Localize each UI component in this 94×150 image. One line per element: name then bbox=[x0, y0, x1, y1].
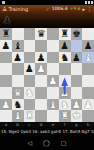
square-c5[interactable]: ♟ bbox=[24, 63, 36, 75]
square-d4[interactable] bbox=[35, 75, 47, 87]
piece-white-p: ♟ bbox=[84, 99, 93, 111]
piece-black-p: ♟ bbox=[84, 40, 93, 52]
square-b3[interactable]: ♛ bbox=[12, 87, 24, 99]
square-h8[interactable] bbox=[82, 28, 94, 40]
square-f1[interactable]: ♜ bbox=[59, 110, 71, 122]
square-e1[interactable] bbox=[47, 110, 59, 122]
piece-black-n: ♞ bbox=[13, 99, 22, 111]
square-b2[interactable]: ♞ bbox=[12, 99, 24, 111]
square-a8[interactable]: ♜ bbox=[0, 28, 12, 40]
square-c7[interactable] bbox=[24, 40, 36, 52]
piece-black-b: ♝ bbox=[13, 40, 22, 52]
square-d3[interactable] bbox=[35, 87, 47, 99]
square-c4[interactable] bbox=[24, 75, 36, 87]
piece-white-b: ♝ bbox=[48, 99, 57, 111]
recents-button[interactable]: ▢ bbox=[61, 136, 67, 150]
notification-icon bbox=[2, 1, 5, 4]
turn-indicator-strip: ♟ bbox=[0, 13, 94, 28]
piece-white-p: ♟ bbox=[1, 99, 10, 111]
square-d6[interactable]: ♟ bbox=[35, 52, 47, 64]
square-a6[interactable] bbox=[0, 52, 12, 64]
piece-black-q: ♛ bbox=[37, 28, 46, 40]
square-f6[interactable]: ♞ bbox=[59, 52, 71, 64]
square-g5[interactable] bbox=[71, 63, 83, 75]
square-a4[interactable] bbox=[0, 75, 12, 87]
clock-icon bbox=[91, 1, 93, 4]
square-f5[interactable] bbox=[59, 63, 71, 75]
square-d1[interactable] bbox=[35, 110, 47, 122]
square-c2[interactable] bbox=[24, 99, 36, 111]
square-a3[interactable] bbox=[0, 87, 12, 99]
square-b4[interactable] bbox=[12, 75, 24, 87]
piece-black-p: ♟ bbox=[25, 63, 34, 75]
square-c6[interactable] bbox=[24, 52, 36, 64]
piece-white-p: ♟ bbox=[37, 63, 46, 75]
square-g4[interactable] bbox=[71, 75, 83, 87]
chess-board[interactable]: ♜♛♜♚♟♝♟♟♟♟♞♟♝♟♟♟♛♞♟♟♞♝♞♟♟♝♜♜♚ bbox=[0, 28, 94, 122]
square-g7[interactable] bbox=[71, 40, 83, 52]
piece-white-b: ♝ bbox=[84, 52, 93, 64]
square-g1[interactable]: ♚ bbox=[71, 110, 83, 122]
solved-check-icon: ✓ bbox=[46, 5, 50, 13]
square-b7[interactable]: ♝ bbox=[12, 40, 24, 52]
piece-black-p: ♟ bbox=[13, 52, 22, 64]
piece-black-p: ♟ bbox=[37, 52, 46, 64]
piece-white-k: ♚ bbox=[72, 110, 81, 122]
square-f4[interactable] bbox=[59, 75, 71, 87]
square-a1[interactable] bbox=[0, 110, 12, 122]
piece-white-p: ♟ bbox=[60, 87, 69, 99]
square-g8[interactable]: ♚ bbox=[71, 28, 83, 40]
square-g6[interactable]: ♟ bbox=[71, 52, 83, 64]
square-f8[interactable]: ♜ bbox=[59, 28, 71, 40]
piece-white-r: ♜ bbox=[60, 110, 69, 122]
overflow-menu-button[interactable]: ⋮ bbox=[87, 5, 92, 13]
square-d2[interactable] bbox=[35, 99, 47, 111]
app-screen: ♙ Training ✓ 1006.4 +9.6 ▸ ⋮ ♟ ♜♛♜♚♟♝♟♟♟… bbox=[0, 0, 94, 150]
square-a7[interactable]: ♟ bbox=[0, 40, 12, 52]
rating-delta: +9.6 bbox=[70, 5, 81, 13]
piece-white-r: ♜ bbox=[25, 110, 34, 122]
piece-white-p: ♟ bbox=[72, 99, 81, 111]
next-puzzle-button[interactable]: ▸ bbox=[82, 5, 85, 13]
square-d5[interactable]: ♟ bbox=[35, 63, 47, 75]
square-e6[interactable] bbox=[47, 52, 59, 64]
square-e4[interactable]: ♟ bbox=[47, 75, 59, 87]
piece-white-n: ♞ bbox=[25, 87, 34, 99]
back-button[interactable]: ◁ bbox=[27, 136, 32, 150]
square-b8[interactable] bbox=[12, 28, 24, 40]
square-e5[interactable] bbox=[47, 63, 59, 75]
square-f3[interactable]: ♟ bbox=[59, 87, 71, 99]
piece-black-p: ♟ bbox=[72, 52, 81, 64]
square-c8[interactable] bbox=[24, 28, 36, 40]
piece-black-n: ♞ bbox=[60, 52, 69, 64]
square-f7[interactable]: ♟ bbox=[59, 40, 71, 52]
black-to-move-pawn-icon: ♟ bbox=[3, 16, 11, 25]
square-b1[interactable]: ♝ bbox=[12, 110, 24, 122]
puzzle-rating: 1006.4 bbox=[52, 5, 68, 13]
square-h4[interactable] bbox=[82, 75, 94, 87]
piece-white-p: ♟ bbox=[48, 75, 57, 87]
app-pawn-icon: ♙ bbox=[2, 5, 7, 13]
square-g3[interactable] bbox=[71, 87, 83, 99]
piece-white-n: ♞ bbox=[60, 99, 69, 111]
square-h6[interactable]: ♝ bbox=[82, 52, 94, 64]
battery-icon bbox=[88, 1, 90, 4]
square-b5[interactable] bbox=[12, 63, 24, 75]
square-b6[interactable]: ♟ bbox=[12, 52, 24, 64]
square-e7[interactable] bbox=[47, 40, 59, 52]
square-h2[interactable]: ♟ bbox=[82, 99, 94, 111]
square-d7[interactable] bbox=[35, 40, 47, 52]
square-c1[interactable]: ♜ bbox=[24, 110, 36, 122]
square-e3[interactable] bbox=[47, 87, 59, 99]
piece-black-p: ♟ bbox=[60, 40, 69, 52]
move-list: 15. Nge2 Qxb3 16. axb3 gxh5 17. Bxh5 Ng7… bbox=[0, 127, 94, 136]
square-h1[interactable] bbox=[82, 110, 94, 122]
piece-white-q: ♛ bbox=[13, 87, 22, 99]
square-g2[interactable]: ♟ bbox=[71, 99, 83, 111]
square-e8[interactable] bbox=[47, 28, 59, 40]
square-d8[interactable]: ♛ bbox=[35, 28, 47, 40]
android-nav-bar: ◁ ◯ ▢ bbox=[0, 136, 94, 150]
square-h5[interactable] bbox=[82, 63, 94, 75]
square-a5[interactable] bbox=[0, 63, 12, 75]
square-c3[interactable]: ♞ bbox=[24, 87, 36, 99]
piece-black-r: ♜ bbox=[1, 28, 10, 40]
square-e2[interactable]: ♝ bbox=[47, 99, 59, 111]
signal-icon bbox=[85, 1, 87, 4]
home-button[interactable]: ◯ bbox=[43, 136, 50, 150]
piece-black-k: ♚ bbox=[72, 28, 81, 40]
square-h3[interactable] bbox=[82, 87, 94, 99]
square-h7[interactable]: ♟ bbox=[82, 40, 94, 52]
square-a2[interactable]: ♟ bbox=[0, 99, 12, 111]
toolbar: ♙ Training ✓ 1006.4 +9.6 ▸ ⋮ bbox=[0, 5, 94, 13]
square-f2[interactable]: ♞ bbox=[59, 99, 71, 111]
page-title: Training bbox=[8, 5, 28, 13]
piece-black-p: ♟ bbox=[1, 40, 10, 52]
piece-black-r: ♜ bbox=[60, 28, 69, 40]
piece-white-b: ♝ bbox=[13, 110, 22, 122]
